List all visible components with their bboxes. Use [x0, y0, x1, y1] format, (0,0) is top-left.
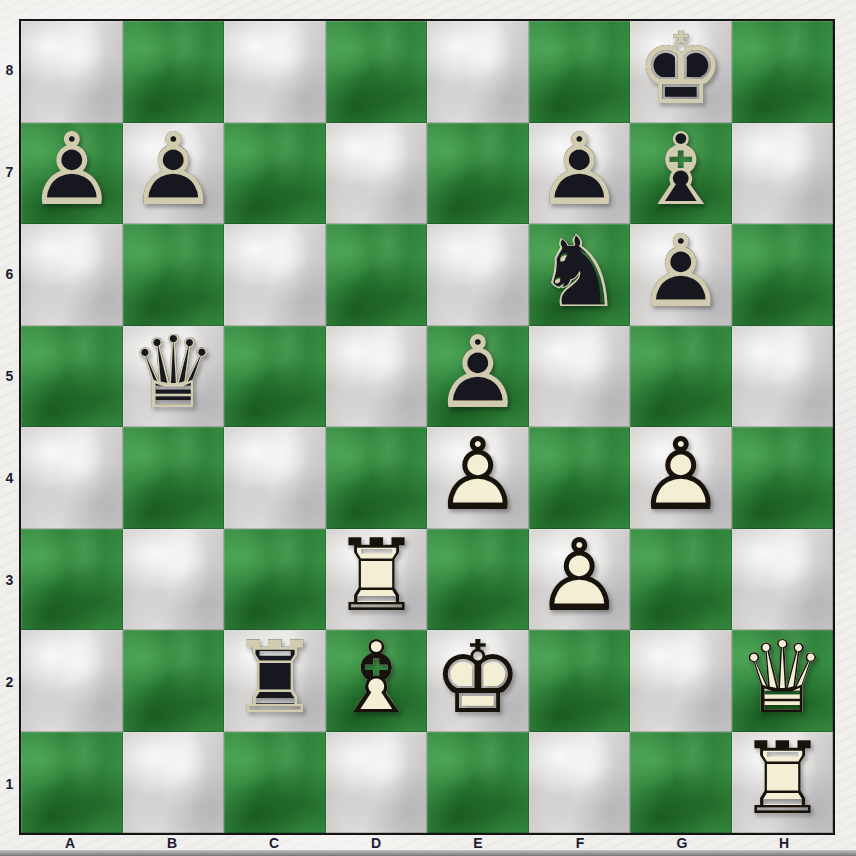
square-c6[interactable] — [224, 224, 326, 326]
white-queen[interactable]: ♛♕ — [732, 630, 834, 732]
file-label-d: D — [325, 835, 427, 851]
white-rook[interactable]: ♜♖ — [326, 529, 428, 631]
file-label-f: F — [529, 835, 631, 851]
square-h4[interactable] — [732, 427, 834, 529]
square-f5[interactable] — [529, 326, 631, 428]
square-g6[interactable]: ♟♙ — [630, 224, 732, 326]
square-d4[interactable] — [326, 427, 428, 529]
white-pawn-outline-glyph: ♙ — [636, 425, 726, 525]
square-c1[interactable] — [224, 732, 326, 834]
square-h3[interactable] — [732, 529, 834, 631]
black-pawn[interactable]: ♟♙ — [21, 123, 123, 225]
square-b7[interactable]: ♟♙ — [123, 123, 225, 225]
black-pawn[interactable]: ♟♙ — [630, 224, 732, 326]
square-g4[interactable]: ♟♙ — [630, 427, 732, 529]
square-b4[interactable] — [123, 427, 225, 529]
square-e8[interactable] — [427, 21, 529, 123]
square-h5[interactable] — [732, 326, 834, 428]
board[interactable]: ♚♔♟♙♟♙♟♙♝♗♞♘♟♙♛♕♟♙♟♙♟♙♜♖♟♙♜♖♝♗♚♔♛♕♜♖ — [19, 19, 835, 835]
square-b3[interactable] — [123, 529, 225, 631]
rank-label-2: 2 — [0, 631, 19, 733]
square-h6[interactable] — [732, 224, 834, 326]
file-labels: ABCDEFGH — [19, 835, 835, 850]
square-e2[interactable]: ♚♔ — [427, 630, 529, 732]
file-label-c: C — [223, 835, 325, 851]
square-b8[interactable] — [123, 21, 225, 123]
rank-label-1: 1 — [0, 733, 19, 835]
square-g5[interactable] — [630, 326, 732, 428]
square-h8[interactable] — [732, 21, 834, 123]
square-a4[interactable] — [21, 427, 123, 529]
black-pawn-outline-glyph: ♙ — [534, 120, 624, 220]
black-queen-outline-glyph: ♕ — [128, 323, 218, 423]
square-g8[interactable]: ♚♔ — [630, 21, 732, 123]
square-b1[interactable] — [123, 732, 225, 834]
black-knight-outline-glyph: ♘ — [534, 222, 624, 322]
square-h1[interactable]: ♜♖ — [732, 732, 834, 834]
square-a3[interactable] — [21, 529, 123, 631]
square-d7[interactable] — [326, 123, 428, 225]
square-d2[interactable]: ♝♗ — [326, 630, 428, 732]
white-pawn[interactable]: ♟♙ — [630, 427, 732, 529]
square-c5[interactable] — [224, 326, 326, 428]
square-e5[interactable]: ♟♙ — [427, 326, 529, 428]
white-queen-outline-glyph: ♕ — [737, 628, 827, 728]
black-pawn[interactable]: ♟♙ — [427, 326, 529, 428]
white-pawn[interactable]: ♟♙ — [529, 529, 631, 631]
white-rook[interactable]: ♜♖ — [732, 732, 834, 834]
square-f8[interactable] — [529, 21, 631, 123]
rank-labels: 87654321 — [0, 19, 19, 835]
square-d5[interactable] — [326, 326, 428, 428]
rank-label-4: 4 — [0, 427, 19, 529]
square-f6[interactable]: ♞♘ — [529, 224, 631, 326]
rank-label-3: 3 — [0, 529, 19, 631]
square-h7[interactable] — [732, 123, 834, 225]
white-rook-outline-glyph: ♖ — [737, 729, 827, 829]
square-a7[interactable]: ♟♙ — [21, 123, 123, 225]
black-pawn-outline-glyph: ♙ — [27, 120, 117, 220]
file-label-h: H — [733, 835, 835, 851]
file-label-e: E — [427, 835, 529, 851]
square-f1[interactable] — [529, 732, 631, 834]
square-e1[interactable] — [427, 732, 529, 834]
square-e3[interactable] — [427, 529, 529, 631]
square-a2[interactable] — [21, 630, 123, 732]
white-bishop-outline-glyph: ♗ — [331, 628, 421, 728]
file-label-b: B — [121, 835, 223, 851]
black-rook-outline-glyph: ♖ — [230, 628, 320, 728]
chessboard-window: 87654321 ♚♔♟♙♟♙♟♙♝♗♞♘♟♙♛♕♟♙♟♙♟♙♜♖♟♙♜♖♝♗♚… — [0, 0, 856, 856]
square-g3[interactable] — [630, 529, 732, 631]
square-a6[interactable] — [21, 224, 123, 326]
square-e4[interactable]: ♟♙ — [427, 427, 529, 529]
rank-label-7: 7 — [0, 121, 19, 223]
black-queen[interactable]: ♛♕ — [123, 326, 225, 428]
square-a8[interactable] — [21, 21, 123, 123]
square-c7[interactable] — [224, 123, 326, 225]
square-a1[interactable] — [21, 732, 123, 834]
white-rook-outline-glyph: ♖ — [331, 526, 421, 626]
square-d8[interactable] — [326, 21, 428, 123]
black-knight[interactable]: ♞♘ — [529, 224, 631, 326]
square-g2[interactable] — [630, 630, 732, 732]
white-pawn-outline-glyph: ♙ — [433, 425, 523, 525]
square-e7[interactable] — [427, 123, 529, 225]
rank-label-5: 5 — [0, 325, 19, 427]
square-g1[interactable] — [630, 732, 732, 834]
square-c3[interactable] — [224, 529, 326, 631]
rank-label-8: 8 — [0, 19, 19, 121]
black-king[interactable]: ♚♔ — [630, 21, 732, 123]
rank-label-6: 6 — [0, 223, 19, 325]
square-d6[interactable] — [326, 224, 428, 326]
white-king[interactable]: ♚♔ — [427, 630, 529, 732]
square-h2[interactable]: ♛♕ — [732, 630, 834, 732]
square-b6[interactable] — [123, 224, 225, 326]
square-f4[interactable] — [529, 427, 631, 529]
black-pawn-outline-glyph: ♙ — [636, 222, 726, 322]
square-b2[interactable] — [123, 630, 225, 732]
white-pawn[interactable]: ♟♙ — [427, 427, 529, 529]
black-king-outline-glyph: ♔ — [636, 19, 726, 119]
square-c4[interactable] — [224, 427, 326, 529]
square-g7[interactable]: ♝♗ — [630, 123, 732, 225]
black-pawn[interactable]: ♟♙ — [529, 123, 631, 225]
white-pawn-outline-glyph: ♙ — [534, 526, 624, 626]
white-bishop[interactable]: ♝♗ — [326, 630, 428, 732]
square-e6[interactable] — [427, 224, 529, 326]
square-c8[interactable] — [224, 21, 326, 123]
black-pawn-outline-glyph: ♙ — [128, 120, 218, 220]
window-bottom-edge — [0, 850, 856, 856]
square-f2[interactable] — [529, 630, 631, 732]
black-pawn-outline-glyph: ♙ — [433, 323, 523, 423]
square-d1[interactable] — [326, 732, 428, 834]
square-b5[interactable]: ♛♕ — [123, 326, 225, 428]
file-label-a: A — [19, 835, 121, 851]
square-a5[interactable] — [21, 326, 123, 428]
black-bishop[interactable]: ♝♗ — [630, 123, 732, 225]
black-rook[interactable]: ♜♖ — [224, 630, 326, 732]
black-bishop-outline-glyph: ♗ — [636, 120, 726, 220]
file-label-g: G — [631, 835, 733, 851]
square-d3[interactable]: ♜♖ — [326, 529, 428, 631]
square-f3[interactable]: ♟♙ — [529, 529, 631, 631]
white-king-outline-glyph: ♔ — [433, 628, 523, 728]
square-c2[interactable]: ♜♖ — [224, 630, 326, 732]
black-pawn[interactable]: ♟♙ — [123, 123, 225, 225]
square-f7[interactable]: ♟♙ — [529, 123, 631, 225]
